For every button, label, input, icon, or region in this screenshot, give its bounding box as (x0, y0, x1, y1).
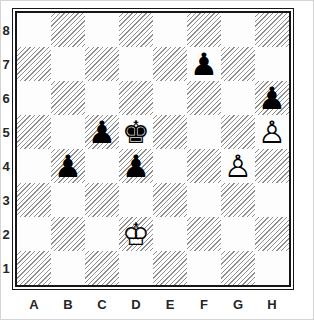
square-b3[interactable] (51, 183, 85, 217)
file-label-d: D (119, 295, 153, 313)
square-d7[interactable] (119, 47, 153, 81)
white-king-glyph: ♔ (122, 217, 150, 251)
white-pawn[interactable]: ♟♙ (258, 115, 286, 149)
square-f4[interactable] (187, 149, 221, 183)
square-e6[interactable] (153, 81, 187, 115)
chess-board: ♟♟♟♚♟♙♟♟♟♙♚♔ (17, 13, 289, 285)
square-c3[interactable] (85, 183, 119, 217)
square-g6[interactable] (221, 81, 255, 115)
square-b7[interactable] (51, 47, 85, 81)
rank-label-7: 7 (1, 47, 11, 81)
file-label-a: A (17, 295, 51, 313)
square-e3[interactable] (153, 183, 187, 217)
square-h4[interactable] (255, 149, 289, 183)
square-a7[interactable] (17, 47, 51, 81)
black-king[interactable]: ♚ (122, 115, 150, 149)
square-g5[interactable] (221, 115, 255, 149)
black-pawn[interactable]: ♟ (54, 149, 82, 183)
file-label-f: F (187, 295, 221, 313)
square-h1[interactable] (255, 251, 289, 285)
black-pawn-glyph: ♟ (122, 149, 150, 183)
rank-label-3: 3 (1, 183, 11, 217)
square-f7[interactable]: ♟ (187, 47, 221, 81)
chess-diagram: 87654321 ♟♟♟♚♟♙♟♟♟♙♚♔ ABCDEFGH (0, 0, 314, 320)
square-e2[interactable] (153, 217, 187, 251)
square-d8[interactable] (119, 13, 153, 47)
square-a6[interactable] (17, 81, 51, 115)
rank-label-5: 5 (1, 115, 11, 149)
square-f1[interactable] (187, 251, 221, 285)
square-a4[interactable] (17, 149, 51, 183)
rank-label-1: 1 (1, 251, 11, 285)
square-a2[interactable] (17, 217, 51, 251)
square-d1[interactable] (119, 251, 153, 285)
white-pawn-glyph: ♙ (224, 149, 252, 183)
square-h7[interactable] (255, 47, 289, 81)
square-c6[interactable] (85, 81, 119, 115)
square-h5[interactable]: ♟♙ (255, 115, 289, 149)
square-c8[interactable] (85, 13, 119, 47)
square-a8[interactable] (17, 13, 51, 47)
black-pawn[interactable]: ♟ (88, 115, 116, 149)
square-f2[interactable] (187, 217, 221, 251)
square-h6[interactable]: ♟ (255, 81, 289, 115)
square-e4[interactable] (153, 149, 187, 183)
square-a3[interactable] (17, 183, 51, 217)
square-d3[interactable] (119, 183, 153, 217)
square-e1[interactable] (153, 251, 187, 285)
square-c1[interactable] (85, 251, 119, 285)
square-g4[interactable]: ♟♙ (221, 149, 255, 183)
square-d4[interactable]: ♟ (119, 149, 153, 183)
square-b5[interactable] (51, 115, 85, 149)
square-f5[interactable] (187, 115, 221, 149)
square-b6[interactable] (51, 81, 85, 115)
square-c2[interactable] (85, 217, 119, 251)
rank-label-2: 2 (1, 217, 11, 251)
black-pawn-glyph: ♟ (54, 149, 82, 183)
square-c5[interactable]: ♟ (85, 115, 119, 149)
square-a1[interactable] (17, 251, 51, 285)
square-h2[interactable] (255, 217, 289, 251)
rank-label-6: 6 (1, 81, 11, 115)
black-pawn-glyph: ♟ (190, 47, 218, 81)
rank-label-4: 4 (1, 149, 11, 183)
square-g7[interactable] (221, 47, 255, 81)
file-label-c: C (85, 295, 119, 313)
square-b2[interactable] (51, 217, 85, 251)
rank-labels: 87654321 (1, 13, 11, 285)
square-g2[interactable] (221, 217, 255, 251)
square-b8[interactable] (51, 13, 85, 47)
black-pawn[interactable]: ♟ (258, 81, 286, 115)
square-e8[interactable] (153, 13, 187, 47)
square-b4[interactable]: ♟ (51, 149, 85, 183)
square-f8[interactable] (187, 13, 221, 47)
square-a5[interactable] (17, 115, 51, 149)
black-king-glyph: ♚ (122, 115, 150, 149)
white-king[interactable]: ♚♔ (122, 217, 150, 251)
square-g8[interactable] (221, 13, 255, 47)
square-f6[interactable] (187, 81, 221, 115)
rank-label-8: 8 (1, 13, 11, 47)
square-e7[interactable] (153, 47, 187, 81)
black-pawn[interactable]: ♟ (122, 149, 150, 183)
square-f3[interactable] (187, 183, 221, 217)
board-frame: ♟♟♟♚♟♙♟♟♟♙♚♔ (12, 8, 294, 290)
square-d2[interactable]: ♚♔ (119, 217, 153, 251)
file-label-b: B (51, 295, 85, 313)
black-pawn-glyph: ♟ (88, 115, 116, 149)
white-pawn[interactable]: ♟♙ (224, 149, 252, 183)
black-pawn-glyph: ♟ (258, 81, 286, 115)
board-inner-border: ♟♟♟♚♟♙♟♟♟♙♚♔ (15, 11, 291, 287)
square-e5[interactable] (153, 115, 187, 149)
square-h3[interactable] (255, 183, 289, 217)
white-pawn-glyph: ♙ (258, 115, 286, 149)
square-g3[interactable] (221, 183, 255, 217)
square-d6[interactable] (119, 81, 153, 115)
square-g1[interactable] (221, 251, 255, 285)
file-label-e: E (153, 295, 187, 313)
square-h8[interactable] (255, 13, 289, 47)
square-c4[interactable] (85, 149, 119, 183)
file-labels: ABCDEFGH (17, 295, 289, 313)
file-label-g: G (221, 295, 255, 313)
file-label-h: H (255, 295, 289, 313)
black-pawn[interactable]: ♟ (190, 47, 218, 81)
square-b1[interactable] (51, 251, 85, 285)
square-d5[interactable]: ♚ (119, 115, 153, 149)
square-c7[interactable] (85, 47, 119, 81)
